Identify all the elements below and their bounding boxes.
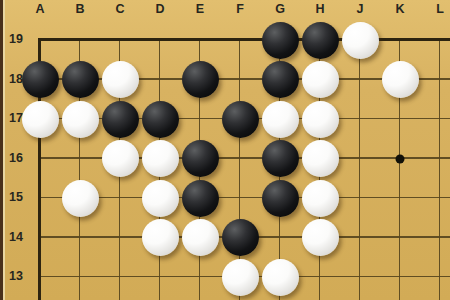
white-stone-H18 (302, 61, 339, 98)
white-stone-B15 (62, 180, 99, 217)
intersection-B19[interactable] (60, 20, 100, 60)
intersection-J17[interactable] (340, 99, 380, 139)
intersection-L13[interactable] (420, 257, 450, 297)
white-stone-D14 (142, 219, 179, 256)
black-stone-G15 (262, 180, 299, 217)
intersection-F16[interactable] (220, 139, 260, 179)
black-stone-C17 (102, 101, 139, 138)
col-label-F: F (228, 2, 252, 16)
intersection-F14[interactable] (220, 218, 260, 258)
intersection-C14[interactable] (100, 218, 140, 258)
white-stone-K18 (382, 61, 419, 98)
col-label-H: H (308, 2, 332, 16)
intersection-E17[interactable] (180, 99, 220, 139)
intersection-A17[interactable] (20, 99, 60, 139)
intersection-D16[interactable] (140, 139, 180, 179)
intersection-K16[interactable] (380, 139, 420, 179)
intersection-H17[interactable] (300, 99, 340, 139)
intersection-L15[interactable] (420, 178, 450, 218)
black-stone-A18 (22, 61, 59, 98)
col-label-C: C (108, 2, 132, 16)
intersection-C19[interactable] (100, 20, 140, 60)
intersection-G16[interactable] (260, 139, 300, 179)
white-stone-C18 (102, 61, 139, 98)
white-stone-B17 (62, 101, 99, 138)
window-left-edge-light (3, 0, 5, 300)
intersection-F13[interactable] (220, 257, 260, 297)
intersection-D15[interactable] (140, 178, 180, 218)
intersection-A19[interactable] (20, 20, 60, 60)
intersection-F19[interactable] (220, 20, 260, 60)
white-stone-C16 (102, 140, 139, 177)
intersection-B16[interactable] (60, 139, 100, 179)
intersection-E13[interactable] (180, 257, 220, 297)
black-stone-F14 (222, 219, 259, 256)
intersection-J16[interactable] (340, 139, 380, 179)
black-stone-E18 (182, 61, 219, 98)
col-label-E: E (188, 2, 212, 16)
intersection-H15[interactable] (300, 178, 340, 218)
intersection-J18[interactable] (340, 60, 380, 100)
intersection-G14[interactable] (260, 218, 300, 258)
intersection-D19[interactable] (140, 20, 180, 60)
intersection-A13[interactable] (20, 257, 60, 297)
intersection-G18[interactable] (260, 60, 300, 100)
intersection-K13[interactable] (380, 257, 420, 297)
go-board-window: ABCDEFGHJKL 19181716151413 (0, 0, 450, 300)
intersection-E18[interactable] (180, 60, 220, 100)
star-point-K16 (396, 154, 405, 163)
intersection-K14[interactable] (380, 218, 420, 258)
black-stone-F17 (222, 101, 259, 138)
intersection-C17[interactable] (100, 99, 140, 139)
intersection-C13[interactable] (100, 257, 140, 297)
white-stone-H15 (302, 180, 339, 217)
intersection-K18[interactable] (380, 60, 420, 100)
intersection-L19[interactable] (420, 20, 450, 60)
intersection-D14[interactable] (140, 218, 180, 258)
intersection-G17[interactable] (260, 99, 300, 139)
black-stone-G19 (262, 22, 299, 59)
intersection-J13[interactable] (340, 257, 380, 297)
intersection-G13[interactable] (260, 257, 300, 297)
col-label-G: G (268, 2, 292, 16)
intersection-L17[interactable] (420, 99, 450, 139)
white-stone-F13 (222, 259, 259, 296)
col-label-J: J (348, 2, 372, 16)
white-stone-G17 (262, 101, 299, 138)
intersection-C15[interactable] (100, 178, 140, 218)
intersection-A14[interactable] (20, 218, 60, 258)
intersection-C18[interactable] (100, 60, 140, 100)
intersection-E15[interactable] (180, 178, 220, 218)
intersection-B14[interactable] (60, 218, 100, 258)
white-stone-D15 (142, 180, 179, 217)
black-stone-B18 (62, 61, 99, 98)
white-stone-J19 (342, 22, 379, 59)
col-label-B: B (68, 2, 92, 16)
intersection-H16[interactable] (300, 139, 340, 179)
intersection-L18[interactable] (420, 60, 450, 100)
intersection-H19[interactable] (300, 20, 340, 60)
col-label-D: D (148, 2, 172, 16)
white-stone-E14 (182, 219, 219, 256)
intersection-F18[interactable] (220, 60, 260, 100)
intersection-A15[interactable] (20, 178, 60, 218)
intersection-D18[interactable] (140, 60, 180, 100)
intersection-A16[interactable] (20, 139, 60, 179)
white-stone-H17 (302, 101, 339, 138)
black-stone-D17 (142, 101, 179, 138)
intersection-H14[interactable] (300, 218, 340, 258)
intersection-G15[interactable] (260, 178, 300, 218)
white-stone-G13 (262, 259, 299, 296)
black-stone-E16 (182, 140, 219, 177)
white-stone-A17 (22, 101, 59, 138)
intersection-J15[interactable] (340, 178, 380, 218)
intersection-L16[interactable] (420, 139, 450, 179)
black-stone-H19 (302, 22, 339, 59)
intersection-K15[interactable] (380, 178, 420, 218)
intersection-F17[interactable] (220, 99, 260, 139)
go-board-grid[interactable] (20, 20, 450, 297)
intersection-H13[interactable] (300, 257, 340, 297)
intersection-K17[interactable] (380, 99, 420, 139)
col-label-L: L (428, 2, 450, 16)
intersection-B15[interactable] (60, 178, 100, 218)
col-label-K: K (388, 2, 412, 16)
intersection-H18[interactable] (300, 60, 340, 100)
intersection-B18[interactable] (60, 60, 100, 100)
black-stone-E15 (182, 180, 219, 217)
intersection-F15[interactable] (220, 178, 260, 218)
intersection-L14[interactable] (420, 218, 450, 258)
black-stone-G18 (262, 61, 299, 98)
intersection-E16[interactable] (180, 139, 220, 179)
white-stone-H14 (302, 219, 339, 256)
intersection-E19[interactable] (180, 20, 220, 60)
intersection-J14[interactable] (340, 218, 380, 258)
intersection-J19[interactable] (340, 20, 380, 60)
intersection-C16[interactable] (100, 139, 140, 179)
intersection-E14[interactable] (180, 218, 220, 258)
black-stone-G16 (262, 140, 299, 177)
intersection-B17[interactable] (60, 99, 100, 139)
white-stone-H16 (302, 140, 339, 177)
white-stone-D16 (142, 140, 179, 177)
intersection-D13[interactable] (140, 257, 180, 297)
intersection-D17[interactable] (140, 99, 180, 139)
intersection-A18[interactable] (20, 60, 60, 100)
intersection-G19[interactable] (260, 20, 300, 60)
intersection-B13[interactable] (60, 257, 100, 297)
col-label-A: A (28, 2, 52, 16)
intersection-K19[interactable] (380, 20, 420, 60)
